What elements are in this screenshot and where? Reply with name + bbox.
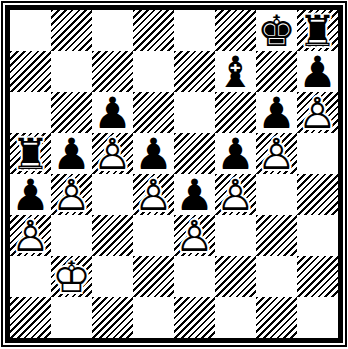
square-e5[interactable] bbox=[174, 133, 215, 174]
black-pawn[interactable]: ♟ bbox=[256, 93, 297, 133]
square-h7[interactable]: ♟ bbox=[297, 51, 338, 92]
square-h5[interactable] bbox=[297, 133, 338, 174]
white-pawn[interactable]: ♟♙ bbox=[174, 216, 215, 256]
square-e6[interactable] bbox=[174, 92, 215, 133]
square-h1[interactable] bbox=[297, 297, 338, 338]
black-pawn[interactable]: ♟ bbox=[297, 52, 338, 92]
square-c3[interactable] bbox=[92, 215, 133, 256]
piece-outline: ♙ bbox=[92, 134, 133, 174]
square-g5[interactable]: ♟♙ bbox=[256, 133, 297, 174]
black-pawn[interactable]: ♟ bbox=[215, 134, 256, 174]
square-g7[interactable] bbox=[256, 51, 297, 92]
square-e3[interactable]: ♟♙ bbox=[174, 215, 215, 256]
square-e7[interactable] bbox=[174, 51, 215, 92]
black-pawn[interactable]: ♟ bbox=[51, 134, 92, 174]
square-d3[interactable] bbox=[133, 215, 174, 256]
square-g4[interactable] bbox=[256, 174, 297, 215]
square-c1[interactable] bbox=[92, 297, 133, 338]
square-g2[interactable] bbox=[256, 256, 297, 297]
square-a8[interactable] bbox=[10, 10, 51, 51]
piece-outline: ♙ bbox=[215, 175, 256, 215]
square-f2[interactable] bbox=[215, 256, 256, 297]
square-e8[interactable] bbox=[174, 10, 215, 51]
square-a2[interactable] bbox=[10, 256, 51, 297]
white-pawn[interactable]: ♟♙ bbox=[51, 175, 92, 215]
black-bishop[interactable]: ♝ bbox=[215, 52, 256, 92]
white-pawn[interactable]: ♟♙ bbox=[215, 175, 256, 215]
piece-outline: ♔ bbox=[51, 257, 92, 297]
piece-outline: ♙ bbox=[51, 175, 92, 215]
square-c4[interactable] bbox=[92, 174, 133, 215]
square-g8[interactable]: ♚ bbox=[256, 10, 297, 51]
white-pawn[interactable]: ♟♙ bbox=[297, 93, 338, 133]
square-a6[interactable] bbox=[10, 92, 51, 133]
black-pawn[interactable]: ♟ bbox=[174, 175, 215, 215]
square-f8[interactable] bbox=[215, 10, 256, 51]
square-b2[interactable]: ♚♔ bbox=[51, 256, 92, 297]
square-g3[interactable] bbox=[256, 215, 297, 256]
square-a5[interactable]: ♜ bbox=[10, 133, 51, 174]
square-f3[interactable] bbox=[215, 215, 256, 256]
black-rook[interactable]: ♜ bbox=[10, 134, 51, 174]
square-b3[interactable] bbox=[51, 215, 92, 256]
square-f5[interactable]: ♟ bbox=[215, 133, 256, 174]
white-king[interactable]: ♚♔ bbox=[51, 257, 92, 297]
square-b1[interactable] bbox=[51, 297, 92, 338]
square-f6[interactable] bbox=[215, 92, 256, 133]
square-f4[interactable]: ♟♙ bbox=[215, 174, 256, 215]
square-b5[interactable]: ♟ bbox=[51, 133, 92, 174]
square-b7[interactable] bbox=[51, 51, 92, 92]
square-h8[interactable]: ♜ bbox=[297, 10, 338, 51]
piece-outline: ♙ bbox=[256, 134, 297, 174]
square-h2[interactable] bbox=[297, 256, 338, 297]
square-d2[interactable] bbox=[133, 256, 174, 297]
square-b6[interactable] bbox=[51, 92, 92, 133]
square-d7[interactable] bbox=[133, 51, 174, 92]
white-pawn[interactable]: ♟♙ bbox=[133, 175, 174, 215]
black-pawn[interactable]: ♟ bbox=[92, 93, 133, 133]
piece-outline: ♙ bbox=[174, 216, 215, 256]
square-d8[interactable] bbox=[133, 10, 174, 51]
white-pawn[interactable]: ♟♙ bbox=[92, 134, 133, 174]
square-a4[interactable]: ♟ bbox=[10, 174, 51, 215]
square-b4[interactable]: ♟♙ bbox=[51, 174, 92, 215]
square-a7[interactable] bbox=[10, 51, 51, 92]
white-pawn[interactable]: ♟♙ bbox=[256, 134, 297, 174]
square-f1[interactable] bbox=[215, 297, 256, 338]
black-rook[interactable]: ♜ bbox=[297, 11, 338, 51]
square-c8[interactable] bbox=[92, 10, 133, 51]
square-e1[interactable] bbox=[174, 297, 215, 338]
square-g6[interactable]: ♟ bbox=[256, 92, 297, 133]
black-king[interactable]: ♚ bbox=[256, 11, 297, 51]
square-h3[interactable] bbox=[297, 215, 338, 256]
square-e4[interactable]: ♟ bbox=[174, 174, 215, 215]
square-c6[interactable]: ♟ bbox=[92, 92, 133, 133]
square-b8[interactable] bbox=[51, 10, 92, 51]
square-e2[interactable] bbox=[174, 256, 215, 297]
black-pawn[interactable]: ♟ bbox=[133, 134, 174, 174]
square-h4[interactable] bbox=[297, 174, 338, 215]
piece-outline: ♙ bbox=[10, 216, 51, 256]
square-a3[interactable]: ♟♙ bbox=[10, 215, 51, 256]
black-pawn[interactable]: ♟ bbox=[10, 175, 51, 215]
square-c2[interactable] bbox=[92, 256, 133, 297]
square-a1[interactable] bbox=[10, 297, 51, 338]
square-d5[interactable]: ♟ bbox=[133, 133, 174, 174]
chess-diagram: ♚♜♝♟♟♟♟♙♜♟♟♙♟♟♟♙♟♟♙♟♙♟♟♙♟♙♟♙♚♔ bbox=[0, 0, 348, 349]
square-d1[interactable] bbox=[133, 297, 174, 338]
white-pawn[interactable]: ♟♙ bbox=[10, 216, 51, 256]
square-g1[interactable] bbox=[256, 297, 297, 338]
square-c7[interactable] bbox=[92, 51, 133, 92]
piece-outline: ♙ bbox=[297, 93, 338, 133]
piece-outline: ♙ bbox=[133, 175, 174, 215]
square-d6[interactable] bbox=[133, 92, 174, 133]
square-d4[interactable]: ♟♙ bbox=[133, 174, 174, 215]
chess-board: ♚♜♝♟♟♟♟♙♜♟♟♙♟♟♟♙♟♟♙♟♙♟♟♙♟♙♟♙♚♔ bbox=[5, 5, 343, 343]
square-c5[interactable]: ♟♙ bbox=[92, 133, 133, 174]
square-f7[interactable]: ♝ bbox=[215, 51, 256, 92]
square-h6[interactable]: ♟♙ bbox=[297, 92, 338, 133]
